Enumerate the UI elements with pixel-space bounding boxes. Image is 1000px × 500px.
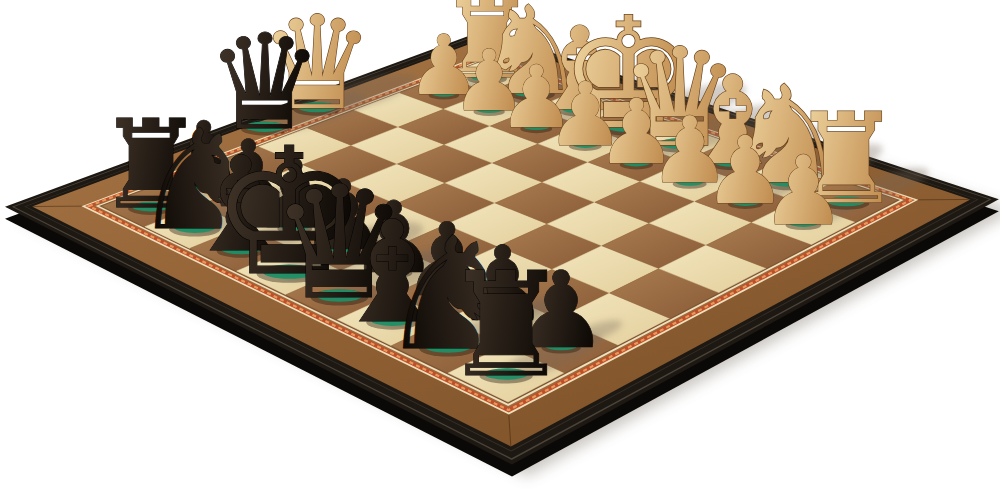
chess-product-photo: ♜♞♟♛♝♟♚♛♟♛♟♝♟♞♟♟♜♟♟♜♟♟♞♟♝♟♚♟♛♟♝♟♞♜ <box>0 0 1000 500</box>
piece-black-rook-a8[interactable]: ♜ <box>442 241 571 409</box>
pawn-glyph: ♟ <box>761 135 847 247</box>
chessboard-scene: ♜♞♟♛♝♟♚♛♟♛♟♝♟♞♟♟♜♟♟♜♟♟♞♟♝♟♚♟♛♟♝♟♞♜ <box>0 0 1000 500</box>
pieces: ♜♞♟♛♝♟♚♛♟♛♟♝♟♞♟♟♜♟♟♜♟♟♞♟♝♟♚♟♛♟♝♟♞♜ <box>96 0 902 409</box>
piece-white-pawn-a2[interactable]: ♟ <box>761 135 847 247</box>
rook-glyph: ♜ <box>442 241 571 409</box>
